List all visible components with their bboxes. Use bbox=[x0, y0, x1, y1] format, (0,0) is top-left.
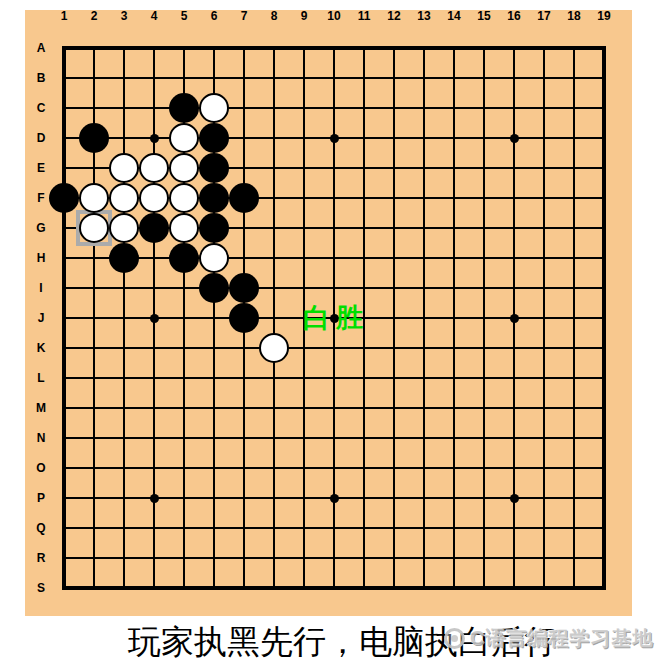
stone-white-G2 bbox=[79, 213, 109, 243]
stone-black-C5 bbox=[169, 93, 199, 123]
stone-black-F7 bbox=[229, 183, 259, 213]
star-point-P10 bbox=[330, 494, 339, 503]
grid-vline-13 bbox=[423, 48, 425, 588]
row-label-G: G bbox=[29, 221, 53, 235]
row-label-B: B bbox=[29, 71, 53, 85]
stone-black-H5 bbox=[169, 243, 199, 273]
go-board[interactable]: 12345678910111213141516171819 ABCDEFGHIJ… bbox=[25, 10, 632, 616]
stone-white-F3 bbox=[109, 183, 139, 213]
star-point-P16 bbox=[510, 494, 519, 503]
stone-black-I7 bbox=[229, 273, 259, 303]
grid-hline-M bbox=[64, 407, 604, 409]
row-label-D: D bbox=[29, 131, 53, 145]
watermark-logo-icon bbox=[444, 628, 465, 649]
stone-black-I6 bbox=[199, 273, 229, 303]
star-point-J16 bbox=[510, 314, 519, 323]
row-label-Q: Q bbox=[29, 521, 53, 535]
column-label-9: 9 bbox=[289, 10, 319, 22]
row-label-O: O bbox=[29, 461, 53, 475]
stone-white-E4 bbox=[139, 153, 169, 183]
stone-white-K8 bbox=[259, 333, 289, 363]
stone-white-C6 bbox=[199, 93, 229, 123]
column-label-7: 7 bbox=[229, 10, 259, 22]
row-label-P: P bbox=[29, 491, 53, 505]
stone-white-F2 bbox=[79, 183, 109, 213]
column-label-17: 17 bbox=[529, 10, 559, 22]
stone-black-J7 bbox=[229, 303, 259, 333]
column-label-12: 12 bbox=[379, 10, 409, 22]
row-label-K: K bbox=[29, 341, 53, 355]
column-label-19: 19 bbox=[589, 10, 619, 22]
grid-vline-18 bbox=[573, 48, 575, 588]
star-point-J4 bbox=[150, 314, 159, 323]
grid-vline-17 bbox=[543, 48, 545, 588]
stone-white-G3 bbox=[109, 213, 139, 243]
stone-white-E5 bbox=[169, 153, 199, 183]
stone-black-G6 bbox=[199, 213, 229, 243]
column-label-6: 6 bbox=[199, 10, 229, 22]
column-label-13: 13 bbox=[409, 10, 439, 22]
stone-black-G4 bbox=[139, 213, 169, 243]
column-label-15: 15 bbox=[469, 10, 499, 22]
row-label-L: L bbox=[29, 371, 53, 385]
column-label-4: 4 bbox=[139, 10, 169, 22]
column-label-16: 16 bbox=[499, 10, 529, 22]
stone-white-E3 bbox=[109, 153, 139, 183]
star-point-D16 bbox=[510, 134, 519, 143]
column-label-14: 14 bbox=[439, 10, 469, 22]
stone-white-F5 bbox=[169, 183, 199, 213]
column-label-18: 18 bbox=[559, 10, 589, 22]
star-point-D4 bbox=[150, 134, 159, 143]
stone-black-D2 bbox=[79, 123, 109, 153]
row-label-R: R bbox=[29, 551, 53, 565]
row-label-S: S bbox=[29, 581, 53, 595]
stone-white-F4 bbox=[139, 183, 169, 213]
grid-vline-15 bbox=[483, 48, 485, 588]
stone-black-F6 bbox=[199, 183, 229, 213]
row-label-H: H bbox=[29, 251, 53, 265]
column-label-2: 2 bbox=[79, 10, 109, 22]
grid-hline-L bbox=[64, 377, 604, 379]
stone-white-D5 bbox=[169, 123, 199, 153]
grid-vline-14 bbox=[453, 48, 455, 588]
grid-hline-K bbox=[64, 347, 604, 349]
column-label-11: 11 bbox=[349, 10, 379, 22]
stone-black-H3 bbox=[109, 243, 139, 273]
row-label-A: A bbox=[29, 41, 53, 55]
stone-black-E6 bbox=[199, 153, 229, 183]
column-label-8: 8 bbox=[259, 10, 289, 22]
stone-black-F1 bbox=[49, 183, 79, 213]
row-label-N: N bbox=[29, 431, 53, 445]
watermark-text: C语言编程学习基地 bbox=[470, 625, 653, 652]
row-label-E: E bbox=[29, 161, 53, 175]
column-label-3: 3 bbox=[109, 10, 139, 22]
row-label-J: J bbox=[29, 311, 53, 325]
grid-hline-O bbox=[64, 467, 604, 469]
stone-white-H6 bbox=[199, 243, 229, 273]
stone-black-D6 bbox=[199, 123, 229, 153]
row-label-I: I bbox=[29, 281, 53, 295]
star-point-D10 bbox=[330, 134, 339, 143]
star-point-P4 bbox=[150, 494, 159, 503]
column-label-1: 1 bbox=[49, 10, 79, 22]
watermark: C语言编程学习基地 bbox=[444, 624, 653, 652]
row-label-C: C bbox=[29, 101, 53, 115]
stone-white-G5 bbox=[169, 213, 199, 243]
result-annotation: 白胜 bbox=[271, 302, 401, 334]
grid-hline-Q bbox=[64, 527, 604, 529]
column-label-5: 5 bbox=[169, 10, 199, 22]
grid-hline-N bbox=[64, 437, 604, 439]
grid-hline-R bbox=[64, 557, 604, 559]
column-label-10: 10 bbox=[319, 10, 349, 22]
row-label-M: M bbox=[29, 401, 53, 415]
